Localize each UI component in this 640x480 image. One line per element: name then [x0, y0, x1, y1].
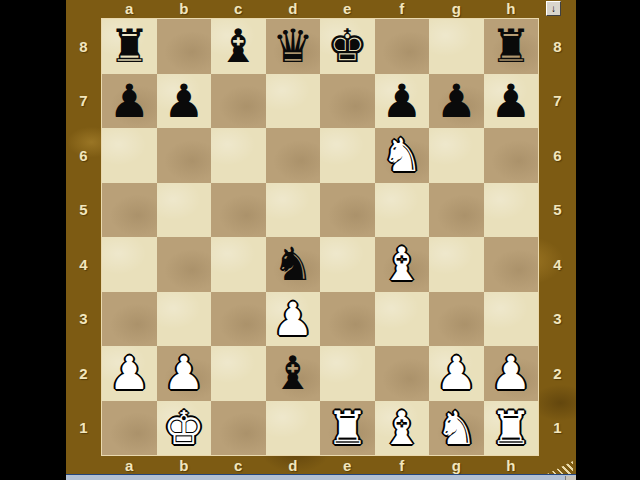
file-label-bottom-e: e: [320, 457, 375, 474]
black-pawn-f7: ♟: [381, 78, 422, 124]
square-d4[interactable]: ♞: [266, 237, 321, 292]
square-g3[interactable]: [429, 292, 484, 347]
rank-labels-left: 87654321: [66, 19, 101, 455]
file-label-bottom-c: c: [211, 457, 266, 474]
square-c6[interactable]: [211, 128, 266, 183]
white-pawn-b2: ♟: [163, 350, 204, 396]
black-pawn-a7: ♟: [109, 78, 150, 124]
square-f1[interactable]: ♝: [375, 401, 430, 456]
file-label-bottom-d: d: [266, 457, 321, 474]
square-h3[interactable]: [484, 292, 539, 347]
rank-label-left-1: 1: [66, 401, 101, 456]
square-g8[interactable]: [429, 19, 484, 74]
square-h4[interactable]: [484, 237, 539, 292]
square-b8[interactable]: [157, 19, 212, 74]
square-b3[interactable]: [157, 292, 212, 347]
white-pawn-d3: ♟: [272, 296, 313, 342]
file-label-bottom-f: f: [375, 457, 430, 474]
rank-label-right-3: 3: [539, 292, 576, 347]
square-e1[interactable]: ♜: [320, 401, 375, 456]
file-label-bottom-a: a: [102, 457, 157, 474]
chessboard-window: abcdefgh 87654321 ♜♝♛♚♜♟♟♟♟♟♞♞♝♟♟♟♝♟♟♚♜♝…: [66, 0, 576, 474]
white-knight-g1: ♞: [436, 405, 477, 451]
square-g5[interactable]: [429, 183, 484, 238]
file-label-bottom-h: h: [484, 457, 539, 474]
black-king-e8: ♚: [327, 23, 368, 69]
white-knight-f6: ♞: [381, 132, 422, 178]
black-bishop-c8: ♝: [218, 23, 259, 69]
board-grid: ♜♝♛♚♜♟♟♟♟♟♞♞♝♟♟♟♝♟♟♚♜♝♞♜: [102, 19, 538, 455]
square-a2[interactable]: ♟: [102, 346, 157, 401]
square-h7[interactable]: ♟: [484, 74, 539, 129]
rank-label-right-7: 7: [539, 74, 576, 129]
square-e5[interactable]: [320, 183, 375, 238]
square-c7[interactable]: [211, 74, 266, 129]
white-pawn-g2: ♟: [436, 350, 477, 396]
square-g6[interactable]: [429, 128, 484, 183]
rank-label-right-4: 4: [539, 237, 576, 292]
black-pawn-b7: ♟: [163, 78, 204, 124]
square-b4[interactable]: [157, 237, 212, 292]
square-d1[interactable]: [266, 401, 321, 456]
board-frame: ♜♝♛♚♜♟♟♟♟♟♞♞♝♟♟♟♝♟♟♚♜♝♞♜: [101, 18, 539, 456]
square-g7[interactable]: ♟: [429, 74, 484, 129]
file-label-top-d: d: [266, 0, 321, 19]
file-label-top-h: h: [484, 0, 539, 19]
square-e3[interactable]: [320, 292, 375, 347]
rank-labels-right: 87654321: [539, 19, 576, 455]
square-d2[interactable]: ♝: [266, 346, 321, 401]
square-c2[interactable]: [211, 346, 266, 401]
square-d5[interactable]: [266, 183, 321, 238]
square-g1[interactable]: ♞: [429, 401, 484, 456]
down-arrow-icon: ↓: [551, 4, 556, 14]
file-label-top-a: a: [102, 0, 157, 19]
black-rook-h8: ♜: [490, 23, 531, 69]
white-king-b1: ♚: [163, 405, 204, 451]
square-f7[interactable]: ♟: [375, 74, 430, 129]
square-e6[interactable]: [320, 128, 375, 183]
white-rook-h1: ♜: [490, 405, 531, 451]
resize-grip-icon[interactable]: [547, 461, 573, 474]
square-d6[interactable]: [266, 128, 321, 183]
square-d7[interactable]: [266, 74, 321, 129]
square-c4[interactable]: [211, 237, 266, 292]
rank-label-left-4: 4: [66, 237, 101, 292]
white-pawn-a2: ♟: [109, 350, 150, 396]
file-label-top-c: c: [211, 0, 266, 19]
square-b6[interactable]: [157, 128, 212, 183]
rank-label-left-8: 8: [66, 19, 101, 74]
file-labels-bottom: abcdefgh: [102, 457, 538, 474]
square-a3[interactable]: [102, 292, 157, 347]
rank-label-left-3: 3: [66, 292, 101, 347]
black-knight-d4: ♞: [272, 241, 313, 287]
square-e8[interactable]: ♚: [320, 19, 375, 74]
square-a5[interactable]: [102, 183, 157, 238]
square-a6[interactable]: [102, 128, 157, 183]
square-g2[interactable]: ♟: [429, 346, 484, 401]
square-f6[interactable]: ♞: [375, 128, 430, 183]
square-h1[interactable]: ♜: [484, 401, 539, 456]
black-queen-d8: ♛: [272, 23, 313, 69]
square-a7[interactable]: ♟: [102, 74, 157, 129]
square-e2[interactable]: [320, 346, 375, 401]
mini-arrow-button[interactable]: ↓: [546, 1, 561, 16]
square-f3[interactable]: [375, 292, 430, 347]
black-rook-a8: ♜: [109, 23, 150, 69]
square-h8[interactable]: ♜: [484, 19, 539, 74]
rank-label-right-5: 5: [539, 183, 576, 238]
square-a8[interactable]: ♜: [102, 19, 157, 74]
black-pawn-g7: ♟: [436, 78, 477, 124]
square-a4[interactable]: [102, 237, 157, 292]
file-label-bottom-g: g: [429, 457, 484, 474]
rank-label-left-5: 5: [66, 183, 101, 238]
file-label-bottom-b: b: [157, 457, 212, 474]
square-b7[interactable]: ♟: [157, 74, 212, 129]
square-b1[interactable]: ♚: [157, 401, 212, 456]
rank-label-left-7: 7: [66, 74, 101, 129]
square-g4[interactable]: [429, 237, 484, 292]
white-rook-e1: ♜: [327, 405, 368, 451]
rank-label-left-6: 6: [66, 128, 101, 183]
rank-label-left-2: 2: [66, 346, 101, 401]
square-e4[interactable]: [320, 237, 375, 292]
rank-label-right-6: 6: [539, 128, 576, 183]
square-b5[interactable]: [157, 183, 212, 238]
square-e7[interactable]: [320, 74, 375, 129]
horizontal-scrollbar[interactable]: [66, 474, 576, 480]
square-c5[interactable]: [211, 183, 266, 238]
white-bishop-f4: ♝: [381, 241, 422, 287]
square-h5[interactable]: [484, 183, 539, 238]
file-label-top-b: b: [157, 0, 212, 19]
square-b2[interactable]: ♟: [157, 346, 212, 401]
black-bishop-d2: ♝: [272, 350, 313, 396]
rank-label-right-8: 8: [539, 19, 576, 74]
white-bishop-f1: ♝: [381, 405, 422, 451]
file-label-top-f: f: [375, 0, 430, 19]
square-c8[interactable]: ♝: [211, 19, 266, 74]
square-h2[interactable]: ♟: [484, 346, 539, 401]
square-f2[interactable]: [375, 346, 430, 401]
square-c1[interactable]: [211, 401, 266, 456]
square-f8[interactable]: [375, 19, 430, 74]
square-h6[interactable]: [484, 128, 539, 183]
square-c3[interactable]: [211, 292, 266, 347]
black-pawn-h7: ♟: [490, 78, 531, 124]
file-label-top-e: e: [320, 0, 375, 19]
scrollbar-end-cap[interactable]: [565, 476, 576, 480]
square-d8[interactable]: ♛: [266, 19, 321, 74]
rank-label-right-1: 1: [539, 401, 576, 456]
file-labels-top: abcdefgh: [102, 0, 538, 19]
square-f4[interactable]: ♝: [375, 237, 430, 292]
screen: { "game": "chess", "position": { "fen": …: [0, 0, 640, 480]
white-pawn-h2: ♟: [490, 350, 531, 396]
square-a1[interactable]: [102, 401, 157, 456]
square-d3[interactable]: ♟: [266, 292, 321, 347]
square-f5[interactable]: [375, 183, 430, 238]
file-label-top-g: g: [429, 0, 484, 19]
rank-label-right-2: 2: [539, 346, 576, 401]
